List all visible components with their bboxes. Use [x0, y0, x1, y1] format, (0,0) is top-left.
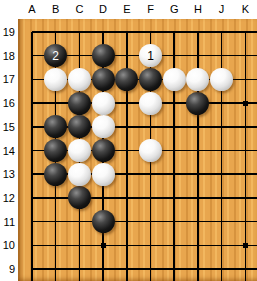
- column-label: D: [93, 2, 113, 17]
- black-stone[interactable]: [68, 186, 91, 209]
- black-stone[interactable]: [44, 115, 67, 138]
- grid-line-horizontal: [32, 31, 257, 33]
- black-stone[interactable]: [139, 68, 162, 91]
- grid-line-horizontal: [32, 245, 257, 247]
- row-label: 17: [0, 72, 15, 86]
- white-stone[interactable]: [68, 139, 91, 162]
- row-label: 13: [0, 167, 15, 181]
- black-stone[interactable]: [44, 163, 67, 186]
- white-stone[interactable]: 1: [139, 44, 162, 67]
- white-stone[interactable]: [68, 68, 91, 91]
- column-label: A: [22, 2, 42, 17]
- black-stone[interactable]: [92, 68, 115, 91]
- star-point: [101, 243, 106, 248]
- column-label: E: [117, 2, 137, 17]
- black-stone[interactable]: 2: [44, 44, 67, 67]
- black-stone[interactable]: [92, 44, 115, 67]
- column-label: K: [235, 2, 255, 17]
- row-label: 16: [0, 96, 15, 110]
- column-label: C: [69, 2, 89, 17]
- go-board[interactable]: 21: [18, 19, 257, 281]
- column-label: F: [141, 2, 161, 17]
- row-label: 9: [0, 262, 15, 276]
- white-stone[interactable]: [92, 92, 115, 115]
- white-stone[interactable]: [68, 163, 91, 186]
- star-point: [243, 243, 248, 248]
- black-stone[interactable]: [92, 139, 115, 162]
- black-stone[interactable]: [44, 139, 67, 162]
- grid-line-horizontal: [32, 197, 257, 199]
- white-stone[interactable]: [92, 115, 115, 138]
- white-stone[interactable]: [210, 68, 233, 91]
- white-stone[interactable]: [186, 68, 209, 91]
- white-stone[interactable]: [44, 68, 67, 91]
- row-label: 10: [0, 238, 15, 252]
- column-label: B: [46, 2, 66, 17]
- black-stone[interactable]: [115, 68, 138, 91]
- white-stone[interactable]: [163, 68, 186, 91]
- star-point: [243, 101, 248, 106]
- white-stone[interactable]: [139, 92, 162, 115]
- column-label: J: [212, 2, 232, 17]
- row-label: 18: [0, 49, 15, 63]
- black-stone[interactable]: [68, 92, 91, 115]
- move-number-label: 2: [52, 50, 59, 62]
- move-number-label: 1: [147, 50, 154, 62]
- black-stone[interactable]: [68, 115, 91, 138]
- row-label: 12: [0, 191, 15, 205]
- black-stone[interactable]: [92, 210, 115, 233]
- row-label: 14: [0, 144, 15, 158]
- white-stone[interactable]: [139, 139, 162, 162]
- row-label: 19: [0, 25, 15, 39]
- grid-line-horizontal: [32, 268, 257, 270]
- column-label: H: [188, 2, 208, 17]
- black-stone[interactable]: [186, 92, 209, 115]
- column-label: G: [164, 2, 184, 17]
- white-stone[interactable]: [92, 163, 115, 186]
- row-label: 15: [0, 120, 15, 134]
- go-board-screenshot: 21 ABCDEFGHJK191817161514131211109: [0, 0, 257, 281]
- row-label: 11: [0, 215, 15, 229]
- grid-line-horizontal: [32, 221, 257, 223]
